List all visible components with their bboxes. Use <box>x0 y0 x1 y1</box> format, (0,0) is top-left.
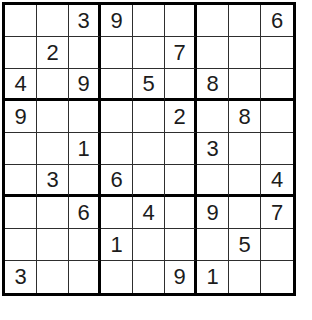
cell-r7c6[interactable] <box>165 197 197 229</box>
cell-r5c1[interactable] <box>5 133 37 165</box>
cell-r7c4[interactable] <box>101 197 133 229</box>
cell-r5c6[interactable] <box>165 133 197 165</box>
cell-r1c5[interactable] <box>133 5 165 37</box>
cell-r6c7[interactable] <box>197 165 229 197</box>
cell-r2c9[interactable] <box>261 37 293 69</box>
cell-r3c3[interactable]: 9 <box>69 69 101 101</box>
cell-r8c6[interactable] <box>165 229 197 261</box>
cell-r4c4[interactable] <box>101 101 133 133</box>
cell-r6c8[interactable] <box>229 165 261 197</box>
cell-r4c7[interactable] <box>197 101 229 133</box>
cell-r2c4[interactable] <box>101 37 133 69</box>
cell-r1c4[interactable]: 9 <box>101 5 133 37</box>
cell-r8c1[interactable] <box>5 229 37 261</box>
cell-r4c1[interactable]: 9 <box>5 101 37 133</box>
cell-r8c2[interactable] <box>37 229 69 261</box>
cell-r9c1[interactable]: 3 <box>5 261 37 293</box>
cell-r6c4[interactable]: 6 <box>101 165 133 197</box>
cell-r7c9[interactable]: 7 <box>261 197 293 229</box>
cell-r8c3[interactable] <box>69 229 101 261</box>
cell-r1c3[interactable]: 3 <box>69 5 101 37</box>
cell-r3c7[interactable]: 8 <box>197 69 229 101</box>
cell-r2c5[interactable] <box>133 37 165 69</box>
cell-r7c2[interactable] <box>37 197 69 229</box>
cell-r4c5[interactable] <box>133 101 165 133</box>
cell-r3c5[interactable]: 5 <box>133 69 165 101</box>
cell-r9c7[interactable]: 1 <box>197 261 229 293</box>
cell-r9c4[interactable] <box>101 261 133 293</box>
cell-r7c3[interactable]: 6 <box>69 197 101 229</box>
cell-r5c2[interactable] <box>37 133 69 165</box>
board-wrapper: 39627495892813364649715391 <box>0 0 312 296</box>
cell-r8c4[interactable]: 1 <box>101 229 133 261</box>
cell-r1c9[interactable]: 6 <box>261 5 293 37</box>
cell-r5c5[interactable] <box>133 133 165 165</box>
cell-r6c5[interactable] <box>133 165 165 197</box>
cell-r2c8[interactable] <box>229 37 261 69</box>
cell-r9c2[interactable] <box>37 261 69 293</box>
cell-r1c6[interactable] <box>165 5 197 37</box>
cell-r1c8[interactable] <box>229 5 261 37</box>
cell-r9c3[interactable] <box>69 261 101 293</box>
cell-r4c9[interactable] <box>261 101 293 133</box>
cell-r3c2[interactable] <box>37 69 69 101</box>
cell-r8c8[interactable]: 5 <box>229 229 261 261</box>
cell-r6c9[interactable]: 4 <box>261 165 293 197</box>
cell-r3c6[interactable] <box>165 69 197 101</box>
cell-r7c1[interactable] <box>5 197 37 229</box>
sudoku-board: 39627495892813364649715391 <box>2 2 296 296</box>
cell-r2c3[interactable] <box>69 37 101 69</box>
cell-r6c1[interactable] <box>5 165 37 197</box>
cell-r5c8[interactable] <box>229 133 261 165</box>
cell-r9c6[interactable]: 9 <box>165 261 197 293</box>
cell-r3c1[interactable]: 4 <box>5 69 37 101</box>
cell-r5c4[interactable] <box>101 133 133 165</box>
cell-r5c3[interactable]: 1 <box>69 133 101 165</box>
cell-r8c9[interactable] <box>261 229 293 261</box>
cell-r9c5[interactable] <box>133 261 165 293</box>
cell-r1c2[interactable] <box>37 5 69 37</box>
cell-r2c7[interactable] <box>197 37 229 69</box>
cell-r4c8[interactable]: 8 <box>229 101 261 133</box>
cell-r2c2[interactable]: 2 <box>37 37 69 69</box>
cell-r4c6[interactable]: 2 <box>165 101 197 133</box>
cell-r6c3[interactable] <box>69 165 101 197</box>
cell-r3c9[interactable] <box>261 69 293 101</box>
cell-r6c6[interactable] <box>165 165 197 197</box>
cell-r3c8[interactable] <box>229 69 261 101</box>
cell-r9c9[interactable] <box>261 261 293 293</box>
cell-r8c5[interactable] <box>133 229 165 261</box>
cell-r8c7[interactable] <box>197 229 229 261</box>
cell-r7c7[interactable]: 9 <box>197 197 229 229</box>
cell-r5c9[interactable] <box>261 133 293 165</box>
cell-r1c1[interactable] <box>5 5 37 37</box>
cell-r5c7[interactable]: 3 <box>197 133 229 165</box>
cell-r4c3[interactable] <box>69 101 101 133</box>
cell-r2c6[interactable]: 7 <box>165 37 197 69</box>
cell-r2c1[interactable] <box>5 37 37 69</box>
cell-r7c5[interactable]: 4 <box>133 197 165 229</box>
cell-r4c2[interactable] <box>37 101 69 133</box>
cell-r3c4[interactable] <box>101 69 133 101</box>
cell-r1c7[interactable] <box>197 5 229 37</box>
cell-r6c2[interactable]: 3 <box>37 165 69 197</box>
cell-r9c8[interactable] <box>229 261 261 293</box>
cell-r7c8[interactable] <box>229 197 261 229</box>
